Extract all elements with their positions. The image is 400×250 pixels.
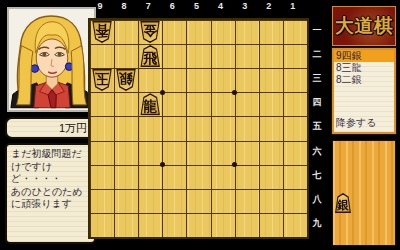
file-label-3: 3 [233,1,257,13]
move-option-2[interactable]: 8三龍 [334,62,394,74]
file-label-9: 9 [88,1,112,13]
piece-gote-金[interactable]: 金 [139,21,161,43]
file-label-4: 4 [209,1,233,13]
file-label-6: 6 [160,1,184,13]
move-option-1[interactable]: 9四銀 [334,50,394,62]
captured-pieces-stand[interactable]: 銀 [332,140,396,246]
star-point [232,90,237,95]
speech-line: あのひとのため [11,186,92,199]
earring [31,65,39,73]
rank-label-8: 八 [309,187,325,211]
file-label-1: 1 [281,1,305,13]
piece-gote-香[interactable]: 香 [91,21,113,43]
piece-sente-飛[interactable]: 飛 [139,45,161,67]
money-display: 1万円 [5,117,96,139]
piece-gote-銀[interactable]: 銀 [115,69,137,91]
file-label-7: 7 [136,1,160,13]
rank-label-6: 六 [309,139,325,163]
piece-sente-龍[interactable]: 龍 [139,93,161,115]
piece-sente-銀[interactable]: 銀 [334,193,352,213]
piece-kanji: 銀 [119,72,133,86]
speech-line: まだ初級問題だ [11,148,92,161]
rank-label-9: 九 [309,211,325,235]
game-title-banner: 大道棋 [332,6,396,46]
rank-label-3: 三 [309,66,325,90]
move-option-3[interactable]: 8二銀 [334,74,394,86]
shogi-board[interactable]: 香金飛玉銀龍 [88,18,309,239]
speech-line: けですけど・・・・ [11,161,92,186]
player-portrait [7,7,96,112]
rank-label-5: 五 [309,114,325,138]
file-label-2: 2 [257,1,281,13]
file-label-8: 8 [112,1,136,13]
piece-gote-玉[interactable]: 玉 [91,69,113,91]
move-list: 9四銀8三龍8二銀 [334,50,394,86]
rank-label-4: 四 [309,90,325,114]
star-point [160,162,165,167]
piece-kanji: 龍 [143,99,157,113]
speech-bubble: まだ初級問題だけですけど・・・・あのひとのために頑張ります [5,143,96,244]
surrender-button[interactable]: 降参する [336,116,376,130]
file-label-5: 5 [184,1,208,13]
rank-label-7: 七 [309,163,325,187]
piece-kanji: 香 [95,24,109,38]
piece-kanji: 銀 [337,199,349,211]
piece-kanji: 金 [143,24,157,38]
rank-label-2: 二 [309,42,325,66]
portrait-illustration [9,9,94,110]
rank-label-1: 一 [309,18,325,42]
star-point [232,162,237,167]
piece-kanji: 玉 [95,72,109,86]
move-menu-panel: 9四銀8三龍8二銀 降参する [332,48,396,134]
piece-kanji: 飛 [143,51,157,65]
speech-line: に頑張ります [11,198,92,211]
star-point [160,90,165,95]
